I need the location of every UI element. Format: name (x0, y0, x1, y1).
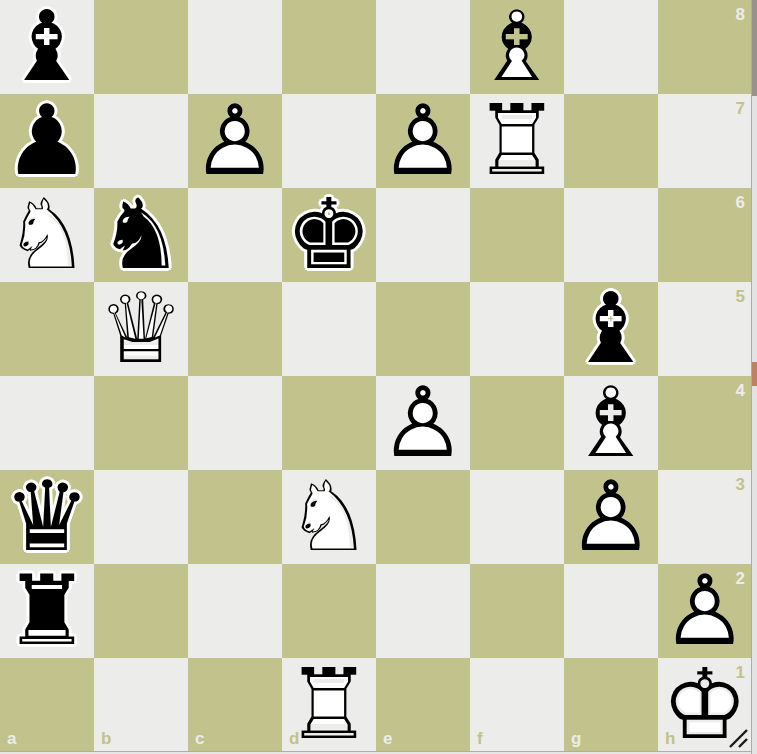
square-h2[interactable]: ♟♙2 (658, 564, 752, 658)
square-h3[interactable]: 3 (658, 470, 752, 564)
piece-fill-layer: ♟ (0, 94, 94, 188)
square-e5[interactable] (376, 282, 470, 376)
rank-label-8: 8 (736, 6, 745, 23)
rank-label-6: 6 (736, 194, 745, 211)
black-pawn[interactable]: ♟ (0, 94, 94, 188)
square-f2[interactable] (470, 564, 564, 658)
square-c5[interactable] (188, 282, 282, 376)
square-e6[interactable] (376, 188, 470, 282)
piece-outline-layer: ♘ (0, 188, 94, 282)
white-knight[interactable]: ♞♘ (0, 188, 94, 282)
white-queen[interactable]: ♛♕ (94, 282, 188, 376)
rank-label-2: 2 (736, 570, 745, 587)
square-d1[interactable]: ♜♖d (282, 658, 376, 752)
square-h6[interactable]: 6 (658, 188, 752, 282)
white-rook[interactable]: ♜♖ (470, 94, 564, 188)
square-f3[interactable] (470, 470, 564, 564)
square-d8[interactable] (282, 0, 376, 94)
white-pawn[interactable]: ♟♙ (564, 470, 658, 564)
square-g1[interactable]: g (564, 658, 658, 752)
rank-label-1: 1 (736, 664, 745, 681)
square-e2[interactable] (376, 564, 470, 658)
square-g7[interactable] (564, 94, 658, 188)
white-bishop[interactable]: ♝♗ (470, 0, 564, 94)
board-resize-grip-icon[interactable] (727, 727, 749, 749)
chess-board: ♝♝♗8♟♟♙♟♙♜♖7♞♘♞♚6♛♕♝5♟♙♝♗4♛♞♘♟♙3♜♟♙2abc♜… (0, 0, 752, 752)
square-d4[interactable] (282, 376, 376, 470)
square-e4[interactable]: ♟♙ (376, 376, 470, 470)
white-pawn[interactable]: ♟♙ (376, 94, 470, 188)
square-e7[interactable]: ♟♙ (376, 94, 470, 188)
square-b5[interactable]: ♛♕ (94, 282, 188, 376)
piece-outline-layer: ♙ (188, 94, 282, 188)
square-d2[interactable] (282, 564, 376, 658)
square-b4[interactable] (94, 376, 188, 470)
square-g8[interactable] (564, 0, 658, 94)
piece-outline-layer: ♘ (282, 470, 376, 564)
square-a5[interactable] (0, 282, 94, 376)
rank-label-5: 5 (736, 288, 745, 305)
file-label-b: b (101, 730, 111, 747)
file-label-c: c (195, 730, 204, 747)
white-pawn[interactable]: ♟♙ (376, 376, 470, 470)
square-a1[interactable]: a (0, 658, 94, 752)
scrollbar-thumb[interactable] (752, 0, 757, 96)
square-a3[interactable]: ♛ (0, 470, 94, 564)
square-c4[interactable] (188, 376, 282, 470)
black-bishop[interactable]: ♝ (0, 0, 94, 94)
scrollbar-track[interactable] (751, 0, 757, 754)
file-label-d: d (289, 730, 299, 747)
square-g2[interactable] (564, 564, 658, 658)
square-g3[interactable]: ♟♙ (564, 470, 658, 564)
black-queen[interactable]: ♛ (0, 470, 94, 564)
scrollbar-marker (752, 362, 757, 386)
square-b6[interactable]: ♞ (94, 188, 188, 282)
square-c1[interactable]: c (188, 658, 282, 752)
piece-fill-layer: ♞ (94, 188, 188, 282)
square-f4[interactable] (470, 376, 564, 470)
square-a6[interactable]: ♞♘ (0, 188, 94, 282)
square-g5[interactable]: ♝ (564, 282, 658, 376)
square-h7[interactable]: 7 (658, 94, 752, 188)
square-e8[interactable] (376, 0, 470, 94)
piece-fill-layer: ♛ (0, 470, 94, 564)
square-b1[interactable]: b (94, 658, 188, 752)
piece-outline-layer: ♖ (470, 94, 564, 188)
square-e3[interactable] (376, 470, 470, 564)
square-c8[interactable] (188, 0, 282, 94)
file-label-h: h (665, 730, 675, 747)
square-f8[interactable]: ♝♗ (470, 0, 564, 94)
piece-fill-layer: ♚ (282, 188, 376, 282)
square-b3[interactable] (94, 470, 188, 564)
rank-label-3: 3 (736, 476, 745, 493)
black-king[interactable]: ♚ (282, 188, 376, 282)
piece-outline-layer: ♙ (376, 94, 470, 188)
black-rook[interactable]: ♜ (0, 564, 94, 658)
piece-fill-layer: ♜ (0, 564, 94, 658)
white-pawn[interactable]: ♟♙ (188, 94, 282, 188)
square-h4[interactable]: 4 (658, 376, 752, 470)
square-f1[interactable]: f (470, 658, 564, 752)
rank-label-4: 4 (736, 382, 745, 399)
piece-outline-layer: ♙ (564, 470, 658, 564)
white-bishop[interactable]: ♝♗ (564, 376, 658, 470)
file-label-f: f (477, 730, 483, 747)
black-knight[interactable]: ♞ (94, 188, 188, 282)
square-d3[interactable]: ♞♘ (282, 470, 376, 564)
file-label-e: e (383, 730, 392, 747)
piece-outline-layer: ♕ (94, 282, 188, 376)
square-a2[interactable]: ♜ (0, 564, 94, 658)
piece-outline-layer: ♗ (470, 0, 564, 94)
square-b8[interactable] (94, 0, 188, 94)
piece-fill-layer: ♝ (564, 282, 658, 376)
square-h8[interactable]: 8 (658, 0, 752, 94)
piece-outline-layer: ♗ (564, 376, 658, 470)
square-g6[interactable] (564, 188, 658, 282)
piece-fill-layer: ♝ (0, 0, 94, 94)
square-a7[interactable]: ♟ (0, 94, 94, 188)
square-d7[interactable] (282, 94, 376, 188)
square-b7[interactable] (94, 94, 188, 188)
square-d5[interactable] (282, 282, 376, 376)
square-c3[interactable] (188, 470, 282, 564)
square-e1[interactable]: e (376, 658, 470, 752)
file-label-g: g (571, 730, 581, 747)
square-a8[interactable]: ♝ (0, 0, 94, 94)
square-h5[interactable]: 5 (658, 282, 752, 376)
square-c6[interactable] (188, 188, 282, 282)
white-knight[interactable]: ♞♘ (282, 470, 376, 564)
rank-label-7: 7 (736, 100, 745, 117)
square-b2[interactable] (94, 564, 188, 658)
square-f7[interactable]: ♜♖ (470, 94, 564, 188)
square-c7[interactable]: ♟♙ (188, 94, 282, 188)
black-bishop[interactable]: ♝ (564, 282, 658, 376)
square-g4[interactable]: ♝♗ (564, 376, 658, 470)
file-label-a: a (7, 730, 16, 747)
square-d6[interactable]: ♚ (282, 188, 376, 282)
square-a4[interactable] (0, 376, 94, 470)
square-c2[interactable] (188, 564, 282, 658)
chess-app-viewport: ♝♝♗8♟♟♙♟♙♜♖7♞♘♞♚6♛♕♝5♟♙♝♗4♛♞♘♟♙3♜♟♙2abc♜… (0, 0, 757, 754)
square-f5[interactable] (470, 282, 564, 376)
piece-outline-layer: ♙ (376, 376, 470, 470)
square-f6[interactable] (470, 188, 564, 282)
